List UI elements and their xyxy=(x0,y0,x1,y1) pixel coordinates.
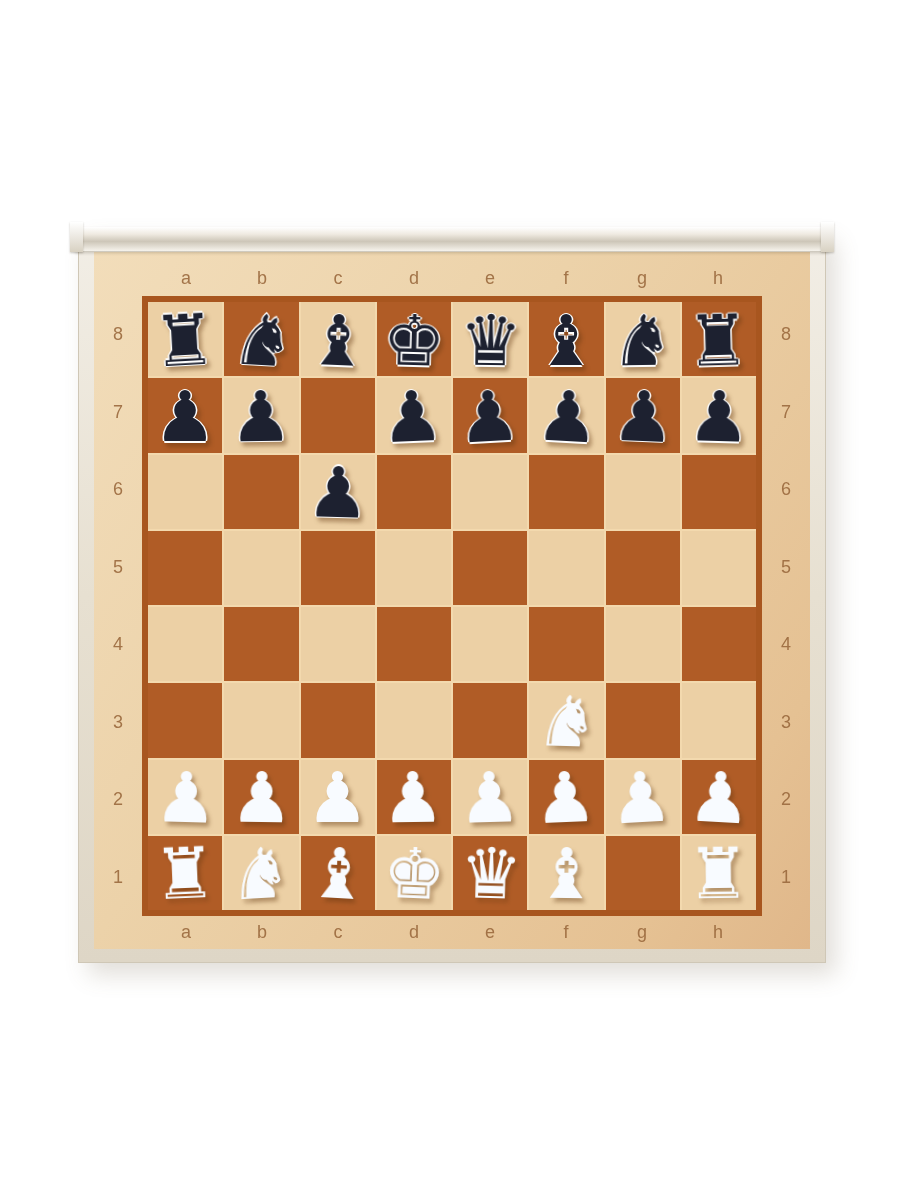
coord-label-d: d xyxy=(376,266,452,290)
king-glyph: ♚ xyxy=(382,306,447,376)
pawn-glyph: ♟ xyxy=(380,382,446,453)
square-g7: ♟ xyxy=(606,378,680,452)
white-knight-b1: ♞ xyxy=(227,839,293,911)
black-pawn-g7: ♟ xyxy=(611,382,677,453)
king-glyph: ♚ xyxy=(382,839,448,910)
square-g1 xyxy=(606,836,680,910)
bishop-glyph: ♝ xyxy=(306,305,372,376)
white-bishop-f1: ♝ xyxy=(535,840,599,909)
rail-end-cap-right xyxy=(821,222,834,252)
square-b4 xyxy=(224,607,298,681)
coord-label-2: 2 xyxy=(762,761,810,839)
pawn-glyph: ♟ xyxy=(533,763,599,834)
square-e2: ♟ xyxy=(453,760,527,834)
square-f7: ♟ xyxy=(529,378,603,452)
square-e1: ♛ xyxy=(453,836,527,910)
coord-label-a: a xyxy=(148,920,224,944)
square-e4 xyxy=(453,607,527,681)
white-rook-a1: ♜ xyxy=(151,839,217,910)
knight-glyph: ♞ xyxy=(227,839,293,911)
square-b5 xyxy=(224,531,298,605)
square-c5 xyxy=(301,531,375,605)
white-pawn-d2: ♟ xyxy=(382,764,446,833)
square-h2: ♟ xyxy=(682,760,756,834)
knight-glyph: ♞ xyxy=(610,306,674,375)
square-a6 xyxy=(148,455,222,529)
pawn-glyph: ♟ xyxy=(153,763,218,833)
white-pawn-c2: ♟ xyxy=(306,764,369,833)
square-h5 xyxy=(682,531,756,605)
pawn-glyph: ♟ xyxy=(306,764,369,833)
square-d5 xyxy=(377,531,451,605)
square-f6 xyxy=(529,455,603,529)
white-pawn-a2: ♟ xyxy=(153,763,218,833)
white-king-d1: ♚ xyxy=(382,839,448,910)
coord-label-1: 1 xyxy=(94,839,142,917)
pawn-glyph: ♟ xyxy=(687,382,752,452)
black-rook-a8: ♜ xyxy=(151,305,217,377)
coord-label-g: g xyxy=(604,266,680,290)
bishop-glyph: ♝ xyxy=(535,840,599,909)
coord-label-f: f xyxy=(528,266,604,290)
knight-glyph: ♞ xyxy=(535,687,600,757)
pawn-glyph: ♟ xyxy=(456,381,522,453)
square-b2: ♟ xyxy=(224,760,298,834)
file-labels-top: abcdefgh xyxy=(148,266,756,290)
square-a1: ♜ xyxy=(148,836,222,910)
black-pawn-f7: ♟ xyxy=(534,381,600,453)
pawn-glyph: ♟ xyxy=(608,762,674,834)
coord-label-2: 2 xyxy=(94,761,142,839)
white-bishop-c1: ♝ xyxy=(306,839,372,911)
square-b3 xyxy=(224,683,298,757)
square-f3: ♞ xyxy=(529,683,603,757)
square-a3 xyxy=(148,683,222,757)
black-pawn-c6: ♟ xyxy=(306,458,371,528)
coord-label-e: e xyxy=(452,920,528,944)
square-f4 xyxy=(529,607,603,681)
square-e7: ♟ xyxy=(453,378,527,452)
square-g4 xyxy=(606,607,680,681)
white-pawn-f2: ♟ xyxy=(533,763,599,834)
square-h1: ♜ xyxy=(682,836,756,910)
black-knight-b8: ♞ xyxy=(229,305,295,377)
square-d4 xyxy=(377,607,451,681)
rook-glyph: ♜ xyxy=(687,840,751,909)
pawn-glyph: ♟ xyxy=(230,764,294,833)
black-pawn-d7: ♟ xyxy=(380,382,446,453)
file-labels-bottom: abcdefgh xyxy=(148,920,756,944)
square-h6 xyxy=(682,455,756,529)
pawn-glyph: ♟ xyxy=(229,382,293,451)
coord-label-5: 5 xyxy=(94,529,142,607)
pawn-glyph: ♟ xyxy=(534,381,600,453)
square-d6 xyxy=(377,455,451,529)
queen-glyph: ♛ xyxy=(458,840,523,910)
coord-label-4: 4 xyxy=(762,606,810,684)
coord-label-d: d xyxy=(376,920,452,944)
square-a2: ♟ xyxy=(148,760,222,834)
bishop-glyph: ♝ xyxy=(535,307,598,376)
square-c6: ♟ xyxy=(301,455,375,529)
white-pawn-e2: ♟ xyxy=(457,763,522,833)
black-bishop-f8: ♝ xyxy=(535,307,598,376)
square-g2: ♟ xyxy=(606,760,680,834)
square-h8: ♜ xyxy=(682,302,756,376)
black-king-d8: ♚ xyxy=(382,306,447,376)
coord-label-g: g xyxy=(604,920,680,944)
coord-label-6: 6 xyxy=(762,451,810,529)
square-a7: ♟ xyxy=(148,378,222,452)
square-f8: ♝ xyxy=(529,302,603,376)
bishop-glyph: ♝ xyxy=(306,839,372,911)
rook-glyph: ♜ xyxy=(151,839,217,910)
rook-glyph: ♜ xyxy=(686,306,751,376)
square-d1: ♚ xyxy=(377,836,451,910)
square-b7: ♟ xyxy=(224,378,298,452)
square-g6 xyxy=(606,455,680,529)
rank-labels-right: 87654321 xyxy=(762,296,810,916)
white-rook-h1: ♜ xyxy=(687,840,751,909)
black-pawn-e7: ♟ xyxy=(456,381,522,453)
coord-label-c: c xyxy=(300,266,376,290)
square-c3 xyxy=(301,683,375,757)
coord-label-b: b xyxy=(224,266,300,290)
black-queen-e8: ♛ xyxy=(459,306,523,375)
board-top-rail xyxy=(75,227,829,251)
black-bishop-c8: ♝ xyxy=(306,305,372,376)
coord-label-1: 1 xyxy=(762,839,810,917)
demonstration-board: abcdefgh abcdefgh 87654321 87654321 ♜♞♝♚… xyxy=(78,229,826,963)
pawn-glyph: ♟ xyxy=(457,763,522,833)
square-g8: ♞ xyxy=(606,302,680,376)
square-g5 xyxy=(606,531,680,605)
coord-label-a: a xyxy=(148,266,224,290)
square-h3 xyxy=(682,683,756,757)
square-d2: ♟ xyxy=(377,760,451,834)
square-c7 xyxy=(301,378,375,452)
coord-label-h: h xyxy=(680,266,756,290)
coord-label-e: e xyxy=(452,266,528,290)
knight-glyph: ♞ xyxy=(229,305,295,377)
square-c2: ♟ xyxy=(301,760,375,834)
white-knight-f3: ♞ xyxy=(535,687,600,757)
square-b8: ♞ xyxy=(224,302,298,376)
square-e6 xyxy=(453,455,527,529)
pawn-glyph: ♟ xyxy=(154,383,217,452)
pawn-glyph: ♟ xyxy=(687,762,753,834)
rook-glyph: ♜ xyxy=(151,305,217,377)
square-d3 xyxy=(377,683,451,757)
black-rook-h8: ♜ xyxy=(686,306,751,376)
black-pawn-a7: ♟ xyxy=(154,383,217,452)
white-queen-e1: ♛ xyxy=(458,840,523,910)
pawn-glyph: ♟ xyxy=(611,382,677,453)
coord-label-7: 7 xyxy=(94,374,142,452)
coord-label-f: f xyxy=(528,920,604,944)
square-f5 xyxy=(529,531,603,605)
coord-label-4: 4 xyxy=(94,606,142,684)
pawn-glyph: ♟ xyxy=(306,458,371,528)
square-e5 xyxy=(453,531,527,605)
coord-label-c: c xyxy=(300,920,376,944)
white-pawn-h2: ♟ xyxy=(687,762,753,834)
coord-label-b: b xyxy=(224,920,300,944)
chess-grid: ♜♞♝♚♛♝♞♜♟♟♟♟♟♟♟♟♞♟♟♟♟♟♟♟♟♜♞♝♚♛♝♜ xyxy=(142,296,762,916)
square-e8: ♛ xyxy=(453,302,527,376)
square-h7: ♟ xyxy=(682,378,756,452)
coord-label-5: 5 xyxy=(762,529,810,607)
square-a4 xyxy=(148,607,222,681)
board-surface: abcdefgh abcdefgh 87654321 87654321 ♜♞♝♚… xyxy=(94,252,810,949)
square-g3 xyxy=(606,683,680,757)
coord-label-8: 8 xyxy=(762,296,810,374)
square-a5 xyxy=(148,531,222,605)
square-f1: ♝ xyxy=(529,836,603,910)
square-b6 xyxy=(224,455,298,529)
black-knight-g8: ♞ xyxy=(610,306,674,375)
queen-glyph: ♛ xyxy=(459,306,523,375)
coord-label-7: 7 xyxy=(762,374,810,452)
square-d7: ♟ xyxy=(377,378,451,452)
product-photo: abcdefgh abcdefgh 87654321 87654321 ♜♞♝♚… xyxy=(0,0,900,1200)
square-c1: ♝ xyxy=(301,836,375,910)
square-b1: ♞ xyxy=(224,836,298,910)
coord-label-3: 3 xyxy=(94,684,142,762)
rank-labels-left: 87654321 xyxy=(94,296,142,916)
square-d8: ♚ xyxy=(377,302,451,376)
black-pawn-h7: ♟ xyxy=(687,382,752,452)
coord-label-3: 3 xyxy=(762,684,810,762)
square-c8: ♝ xyxy=(301,302,375,376)
pawn-glyph: ♟ xyxy=(382,764,446,833)
coord-label-h: h xyxy=(680,920,756,944)
black-pawn-b7: ♟ xyxy=(229,382,293,451)
square-e3 xyxy=(453,683,527,757)
rail-end-cap-left xyxy=(70,222,83,252)
coord-label-8: 8 xyxy=(94,296,142,374)
white-pawn-b2: ♟ xyxy=(230,764,294,833)
square-h4 xyxy=(682,607,756,681)
square-f2: ♟ xyxy=(529,760,603,834)
square-c4 xyxy=(301,607,375,681)
square-a8: ♜ xyxy=(148,302,222,376)
white-pawn-g2: ♟ xyxy=(608,762,674,834)
coord-label-6: 6 xyxy=(94,451,142,529)
